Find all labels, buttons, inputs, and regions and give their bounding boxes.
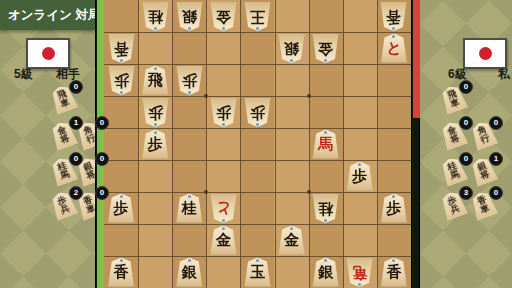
hand-piece-glyph: 兵 [59, 203, 71, 215]
piece-glyph: 金 [318, 41, 333, 56]
hand-piece-glyph: 行 [479, 133, 491, 145]
hand-count-badge: 0 [459, 152, 473, 166]
my-name: 私 [498, 66, 510, 83]
piece-glyph: と [386, 41, 401, 56]
piece-glyph: 銀 [318, 265, 333, 280]
piece-glyph: 香 [114, 41, 129, 56]
piece-glyph: 香 [386, 9, 401, 24]
board-gridline [104, 64, 411, 65]
hand-count-badge: 3 [459, 186, 473, 200]
piece-glyph: 金 [216, 233, 231, 248]
board-piece-歩[interactable]: 歩 [210, 98, 237, 127]
star-point [204, 190, 208, 194]
opponent-time-fill [97, 0, 104, 288]
hand-count-badge: 0 [459, 80, 473, 94]
my-japan-flag-icon [463, 38, 507, 69]
hand-count-badge: 0 [95, 186, 109, 200]
board-gridline [206, 0, 207, 288]
board-piece-銀[interactable]: 銀 [312, 258, 339, 287]
opponent-panel: オンライン 対局 5級 相手 飛車0金将1角行0桂馬0銀将0歩兵2香車0 [0, 0, 95, 288]
piece-glyph: と [216, 201, 231, 216]
my-label: 6級 私 [448, 66, 510, 83]
board-piece-歩[interactable]: 歩 [176, 66, 203, 95]
piece-glyph: 飛 [148, 73, 163, 88]
piece-glyph: 玉 [250, 265, 265, 280]
board-piece-と[interactable]: と [210, 194, 237, 223]
board-piece-桂[interactable]: 桂 [142, 2, 169, 31]
piece-glyph: 金 [216, 9, 231, 24]
piece-glyph: 歩 [148, 105, 163, 120]
board-piece-香[interactable]: 香 [108, 258, 135, 287]
opponent-label: 5級 相手 [14, 66, 80, 83]
board-gridline [104, 192, 411, 193]
hand-piece-glyph: 兵 [449, 203, 461, 215]
board-gridline [240, 0, 241, 288]
hand-piece-glyph: 将 [479, 169, 491, 181]
hand-piece-glyph: 車 [479, 203, 491, 215]
board-piece-香[interactable]: 香 [380, 258, 407, 287]
piece-glyph: 歩 [148, 137, 163, 152]
hand-count-badge: 0 [69, 152, 83, 166]
star-point [204, 94, 208, 98]
piece-glyph: 王 [250, 9, 265, 24]
star-point [307, 190, 311, 194]
board-gridline [104, 32, 411, 33]
board-piece-歩[interactable]: 歩 [142, 130, 169, 159]
hand-piece-glyph: 将 [449, 133, 461, 145]
my-time-fill [413, 0, 420, 118]
piece-glyph: 歩 [250, 105, 265, 120]
piece-glyph: 歩 [352, 169, 367, 184]
hand-count-badge: 0 [459, 116, 473, 130]
piece-glyph: 桂 [182, 201, 197, 216]
board-piece-金[interactable]: 金 [312, 34, 339, 63]
board-piece-金[interactable]: 金 [210, 2, 237, 31]
shogi-board[interactable]: 桂銀金王香香銀金と歩飛歩歩歩歩歩馬歩歩桂と桂歩金金香銀玉銀竜香 [104, 0, 411, 288]
board-gridline [104, 256, 411, 257]
board-gridline [275, 0, 276, 288]
board-piece-馬[interactable]: 馬 [312, 130, 339, 159]
hand-count-badge: 1 [69, 116, 83, 130]
piece-glyph: 竜 [352, 265, 367, 280]
board-gridline [104, 96, 411, 97]
opponent-rank: 5級 [14, 66, 33, 83]
shogi-app: オンライン 対局 5級 相手 飛車0金将1角行0桂馬0銀将0歩兵2香車0 桂銀金… [0, 0, 512, 288]
board-piece-竜[interactable]: 竜 [346, 258, 373, 287]
board-gridline [172, 0, 173, 288]
board-piece-銀[interactable]: 銀 [176, 258, 203, 287]
app-title: オンライン 対局 [0, 0, 95, 30]
board-gridline [309, 0, 310, 288]
board-gridline [377, 0, 378, 288]
hand-count-badge: 0 [489, 186, 503, 200]
hand-piece-glyph: 馬 [59, 169, 71, 181]
hand-piece-glyph: 馬 [449, 169, 461, 181]
hand-piece-glyph: 車 [59, 97, 71, 109]
board-piece-金[interactable]: 金 [278, 226, 305, 255]
piece-glyph: 桂 [148, 9, 163, 24]
board-piece-桂[interactable]: 桂 [176, 194, 203, 223]
piece-glyph: 歩 [386, 201, 401, 216]
board-gridline [343, 0, 344, 288]
board-piece-香[interactable]: 香 [108, 34, 135, 63]
piece-glyph: 香 [386, 265, 401, 280]
board-piece-香[interactable]: 香 [380, 2, 407, 31]
hand-count-badge: 0 [69, 80, 83, 94]
hand-count-badge: 2 [69, 186, 83, 200]
star-point [307, 94, 311, 98]
board-gridline [138, 0, 139, 288]
board-piece-銀[interactable]: 銀 [278, 34, 305, 63]
piece-glyph: 銀 [182, 9, 197, 24]
board-gridline [104, 160, 411, 161]
board-piece-歩[interactable]: 歩 [108, 66, 135, 95]
piece-glyph: 歩 [114, 201, 129, 216]
piece-glyph: 歩 [216, 105, 231, 120]
board-piece-銀[interactable]: 銀 [176, 2, 203, 31]
piece-glyph: 金 [284, 233, 299, 248]
piece-glyph: 銀 [182, 265, 197, 280]
board-piece-歩[interactable]: 歩 [244, 98, 271, 127]
opponent-japan-flag-icon [26, 38, 70, 69]
board-piece-歩[interactable]: 歩 [142, 98, 169, 127]
piece-glyph: 香 [114, 265, 129, 280]
board-piece-歩[interactable]: 歩 [346, 162, 373, 191]
board-piece-歩[interactable]: 歩 [108, 194, 135, 223]
board-piece-玉[interactable]: 玉 [244, 258, 271, 287]
my-panel: 6級 私 飛車0金将0角行0桂馬0銀将1歩兵3香車0 [420, 0, 512, 288]
hand-count-badge: 1 [489, 152, 503, 166]
piece-glyph: 桂 [318, 201, 333, 216]
piece-glyph: 銀 [284, 41, 299, 56]
hand-count-badge: 0 [95, 152, 109, 166]
piece-glyph: 歩 [182, 73, 197, 88]
flag-disc [479, 47, 492, 60]
board-gridline [104, 224, 411, 225]
board-piece-飛[interactable]: 飛 [142, 66, 169, 95]
board-piece-と[interactable]: と [380, 34, 407, 63]
hand-piece-glyph: 将 [59, 133, 71, 145]
my-time-gauge [411, 0, 420, 288]
piece-glyph: 歩 [114, 73, 129, 88]
opponent-time-gauge [95, 0, 104, 288]
piece-glyph: 馬 [318, 137, 333, 152]
board-piece-歩[interactable]: 歩 [380, 194, 407, 223]
board-piece-王[interactable]: 王 [244, 2, 271, 31]
flag-disc [42, 47, 55, 60]
hand-count-badge: 0 [95, 116, 109, 130]
hand-count-badge: 0 [489, 116, 503, 130]
board-piece-桂[interactable]: 桂 [312, 194, 339, 223]
board-piece-金[interactable]: 金 [210, 226, 237, 255]
board-gridline [104, 128, 411, 129]
hand-piece-glyph: 車 [449, 97, 461, 109]
